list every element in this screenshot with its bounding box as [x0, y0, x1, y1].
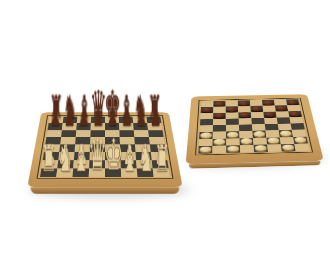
- chess-piece-black-pawn: ♟: [121, 104, 132, 129]
- checker-piece-light: [214, 139, 225, 145]
- chess-square-b1: ♞: [56, 168, 73, 177]
- checker-piece-dark: [240, 112, 250, 117]
- chess-piece-black-pawn: ♟: [150, 104, 161, 129]
- chess-square-b6: [61, 130, 76, 137]
- checker-piece-dark: [288, 100, 298, 105]
- checker-piece-dark: [227, 107, 237, 112]
- checkers-square-r4c7: [277, 117, 291, 124]
- checkers-square-r5c6: [265, 124, 279, 131]
- chess-field: ♜♞♝♛♚♝♞♜♟♟♟♟♟♟♟♟♟♟♟♟♟♟♟♟♜♞♝♛♚♝♞♜: [36, 115, 173, 179]
- checker-piece-dark: [265, 112, 275, 117]
- checker-piece-light: [254, 131, 265, 137]
- checker-piece-light: [255, 145, 266, 151]
- chess-square-c1: ♝: [73, 168, 90, 177]
- checkers-square-r5c7: [278, 124, 292, 131]
- checkers-board-frame: [186, 94, 324, 164]
- chess-square-a1: ♜: [40, 168, 57, 177]
- chess-piece-black-pawn: ♟: [49, 104, 60, 129]
- chess-square-g6: [134, 130, 149, 137]
- checkers-square-r1c4: [238, 100, 251, 106]
- checker-piece-light: [200, 146, 211, 152]
- chess-square-h7: ♟: [147, 123, 162, 130]
- chess-grid: ♜♞♝♛♚♝♞♜♟♟♟♟♟♟♟♟♟♟♟♟♟♟♟♟♜♞♝♛♚♝♞♜: [40, 117, 170, 177]
- chess-piece-black-pawn: ♟: [63, 104, 74, 129]
- chess-piece-white-knight: ♞: [138, 141, 154, 177]
- checker-piece-dark: [276, 106, 286, 111]
- chess-square-g7: ♟: [133, 123, 148, 130]
- checker-piece-dark: [263, 100, 273, 105]
- checker-piece-light: [201, 132, 212, 138]
- chess-square-h1: ♜: [153, 168, 170, 177]
- checker-piece-dark: [202, 107, 212, 112]
- checker-piece-dark: [239, 101, 249, 106]
- chess-piece-black-pawn: ♟: [78, 104, 89, 129]
- chess-board-front-edge: [31, 187, 180, 194]
- checkers-grid: [198, 99, 309, 153]
- chess-square-e1: ♚: [105, 168, 121, 177]
- product-photo: ♜♞♝♛♚♝♞♜♟♟♟♟♟♟♟♟♟♟♟♟♟♟♟♟♜♞♝♛♚♝♞♜: [0, 0, 330, 275]
- chess-piece-black-pawn: ♟: [135, 104, 146, 129]
- checkers-square-r5c1: [200, 125, 213, 132]
- chess-board-frame: ♜♞♝♛♚♝♞♜♟♟♟♟♟♟♟♟♟♟♟♟♟♟♟♟♜♞♝♛♚♝♞♜: [27, 112, 182, 187]
- checkers-field: [195, 98, 313, 155]
- checker-piece-dark: [290, 111, 301, 116]
- checkers-square-r8c1: [198, 146, 212, 154]
- checkers-square-r3c1: [200, 113, 213, 119]
- chess-square-f1: ♝: [121, 168, 138, 177]
- checkers-square-r5c8: [291, 123, 305, 130]
- chess-piece-white-rook: ♜: [40, 141, 56, 177]
- checkers-square-r8c5: [254, 144, 268, 152]
- checkers-square-r8c8: [294, 143, 309, 151]
- checkers-board: [189, 63, 315, 189]
- chess-square-g1: ♞: [137, 168, 154, 177]
- chess-piece-black-pawn: ♟: [92, 104, 103, 129]
- checker-piece-dark: [252, 106, 262, 111]
- chess-square-d1: ♛: [89, 168, 105, 177]
- checkers-square-r2c6: [263, 106, 276, 112]
- checkers-square-r8c2: [212, 145, 226, 153]
- checker-piece-light: [228, 146, 239, 152]
- checkers-board-front-edge: [189, 161, 321, 169]
- chess-piece-black-pawn: ♟: [107, 104, 118, 129]
- chess-square-a7: ♟: [48, 123, 63, 130]
- checkers-square-r8c3: [226, 145, 240, 153]
- chess-square-a6: [46, 130, 61, 137]
- checker-piece-dark: [215, 113, 225, 118]
- checker-piece-light: [280, 131, 291, 136]
- checker-piece-light: [282, 144, 294, 150]
- chess-piece-white-bishop: ♝: [73, 141, 89, 177]
- chess-board: ♜♞♝♛♚♝♞♜♟♟♟♟♟♟♟♟♟♟♟♟♟♟♟♟♜♞♝♛♚♝♞♜: [35, 76, 175, 216]
- checkers-square-r8c6: [267, 144, 282, 152]
- checker-piece-light: [268, 138, 279, 144]
- chess-square-b7: ♟: [62, 123, 77, 130]
- checker-piece-light: [228, 132, 239, 138]
- chess-square-h6: [148, 130, 163, 137]
- chess-piece-white-king: ♚: [104, 133, 123, 176]
- checkers-square-r8c7: [281, 144, 296, 152]
- checkers-square-r6c1: [199, 132, 213, 139]
- checkers-square-r4c2: [213, 119, 226, 126]
- chess-piece-white-rook: ♜: [154, 141, 170, 177]
- checkers-square-r7c6: [266, 137, 280, 144]
- checkers-square-r8c4: [240, 145, 254, 153]
- chess-piece-white-knight: ♞: [56, 141, 72, 177]
- checker-piece-light: [241, 138, 252, 144]
- chess-piece-white-bishop: ♝: [121, 141, 137, 177]
- checker-piece-dark: [215, 101, 225, 106]
- checkers-square-r2c2: [213, 107, 226, 113]
- checker-piece-light: [295, 137, 307, 143]
